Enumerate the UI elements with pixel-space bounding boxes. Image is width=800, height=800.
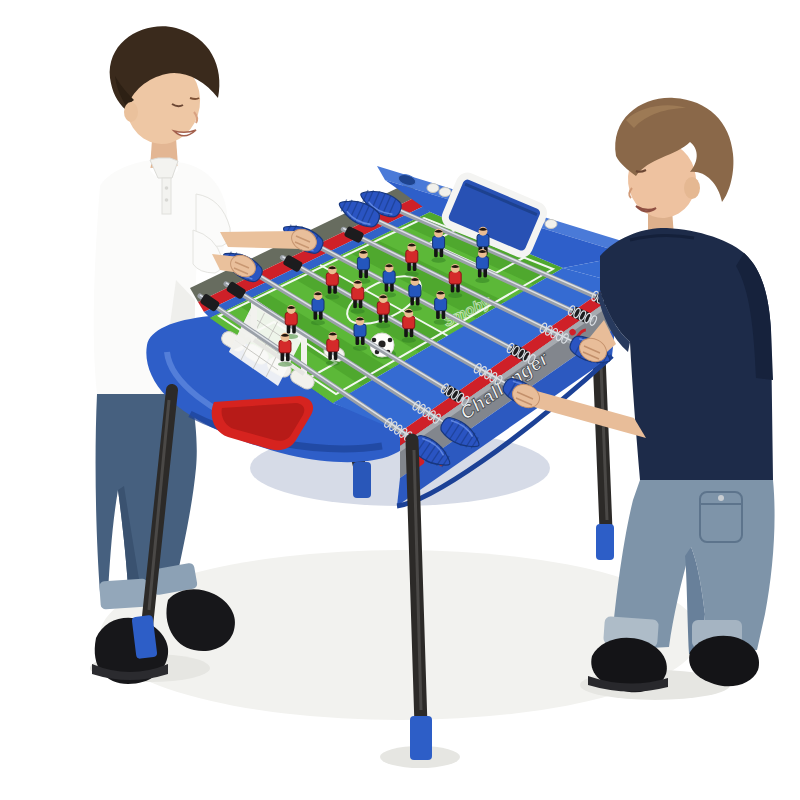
pocket-button [718,495,724,501]
table-foot [410,716,432,760]
scene: Smoby Challenger [0,0,800,800]
right-child [588,98,775,692]
left-child-jeans [96,394,197,592]
right-child-ear [684,177,700,199]
table-foot [596,524,614,560]
button [165,198,169,202]
button [165,186,169,190]
product-photo-foosball: Smoby Challenger [0,0,800,800]
left-child-cuff [99,578,149,609]
left-child-ear [124,102,138,122]
left-child-placket [162,178,171,214]
left-child-forearm [220,231,302,249]
left-child-brow [190,98,199,99]
